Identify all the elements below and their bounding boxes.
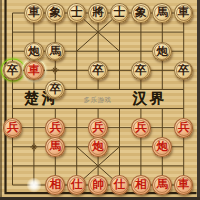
piece-black-cannon[interactable]: 炮 [152, 42, 172, 62]
piece-black-horse[interactable]: 馬 [152, 3, 172, 23]
piece-black-advisor[interactable]: 士 [67, 3, 87, 23]
piece-red-general[interactable]: 帥 [88, 175, 108, 195]
piece-black-advisor[interactable]: 士 [110, 3, 130, 23]
piece-red-soldier[interactable]: 兵 [45, 118, 65, 138]
piece-black-soldier[interactable]: 卒 [131, 61, 151, 81]
piece-red-cannon[interactable]: 炮 [152, 137, 172, 157]
piece-black-elephant[interactable]: 象 [45, 3, 65, 23]
piece-black-soldier[interactable]: 卒 [3, 61, 23, 81]
piece-red-soldier[interactable]: 兵 [88, 118, 108, 138]
piece-black-soldier[interactable]: 卒 [45, 80, 65, 100]
piece-red-cannon[interactable]: 炮 [88, 137, 108, 157]
piece-black-chariot[interactable]: 車 [24, 3, 44, 23]
piece-red-soldier[interactable]: 兵 [3, 118, 23, 138]
piece-red-elephant[interactable]: 相 [45, 175, 65, 195]
piece-red-elephant[interactable]: 相 [131, 175, 151, 195]
piece-red-horse[interactable]: 馬 [152, 175, 172, 195]
piece-black-horse[interactable]: 馬 [45, 42, 65, 62]
piece-red-advisor[interactable]: 仕 [110, 175, 130, 195]
xiangqi-board: 楚河 汉界 多乐游戏 車象士將士象馬車炮馬炮卒卒卒卒卒車兵兵兵兵兵馬炮炮相仕帥仕… [0, 0, 200, 200]
piece-red-soldier[interactable]: 兵 [174, 118, 194, 138]
piece-red-chariot[interactable]: 車 [24, 61, 44, 81]
piece-red-horse[interactable]: 馬 [45, 137, 65, 157]
piece-black-general[interactable]: 將 [88, 3, 108, 23]
piece-red-advisor[interactable]: 仕 [67, 175, 87, 195]
piece-black-soldier[interactable]: 卒 [88, 61, 108, 81]
piece-black-soldier[interactable]: 卒 [174, 61, 194, 81]
piece-black-elephant[interactable]: 象 [131, 3, 151, 23]
piece-red-soldier[interactable]: 兵 [131, 118, 151, 138]
piece-black-chariot[interactable]: 車 [174, 3, 194, 23]
piece-red-chariot[interactable]: 車 [174, 175, 194, 195]
piece-black-cannon[interactable]: 炮 [24, 42, 44, 62]
